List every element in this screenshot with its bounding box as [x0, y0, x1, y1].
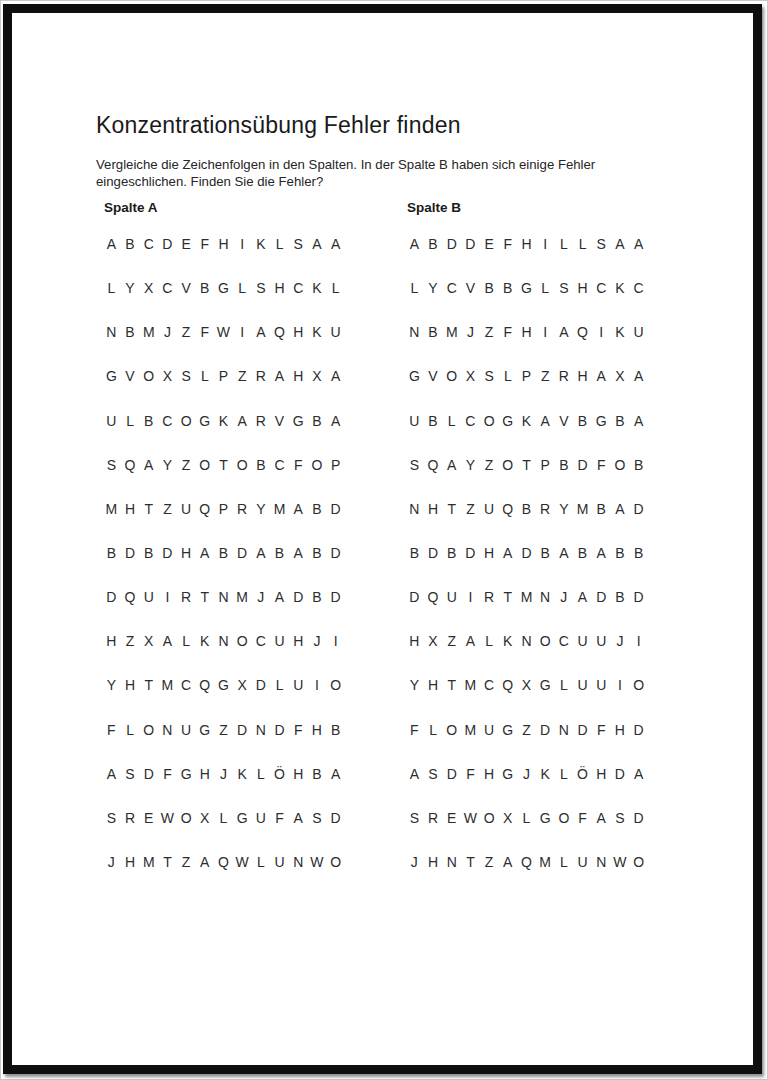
- page-title: Konzentrationsübung Fehler finden: [96, 112, 461, 139]
- column-a-rows: ABCDEFHIKLSAA LYXCVBGLSHCKL NBMJZFWIAQHK…: [102, 222, 345, 884]
- letter-row: YHTMCQGXDLUIO: [102, 663, 345, 707]
- letter-row: SREWOXLGUFASD: [102, 796, 345, 840]
- letter-row: NBMJZFWIAQHKU: [102, 310, 345, 354]
- letter-row: LYCVBBGLSHCKC: [405, 266, 648, 310]
- letter-row: DQUIRTNMJADBD: [102, 575, 345, 619]
- letter-row: HZXALKNOCUHJI: [102, 619, 345, 663]
- column-b-rows: ABDDEFHILLSAA LYCVBBGLSHCKC NBMJZFHIAQIK…: [405, 222, 648, 884]
- column-a-header: Spalte A: [104, 200, 158, 215]
- letter-row: BDBDHABDABABD: [102, 531, 345, 575]
- letter-row: GVOXSLPZRHAXA: [405, 354, 648, 398]
- letter-row: BDBDHADBABABB: [405, 531, 648, 575]
- worksheet-scan: Konzentrationsübung Fehler finden Vergle…: [0, 0, 768, 1080]
- letter-row: SQAYZOTOBCFOP: [102, 443, 345, 487]
- letter-row: ASDFHGJKLÖHDA: [405, 752, 648, 796]
- letter-row: YHTMCQXGLUUIO: [405, 663, 648, 707]
- letter-row: HXZALKNOCUUJI: [405, 619, 648, 663]
- instructions-text: Vergleiche die Zeichenfolgen in den Spal…: [96, 157, 668, 191]
- worksheet-page: Konzentrationsübung Fehler finden Vergle…: [3, 4, 762, 1074]
- letter-row: ABDDEFHILLSAA: [405, 222, 648, 266]
- letter-row: UBLCOGKAVBGBA: [405, 399, 648, 443]
- letter-row: JHMTZAQWLUNWO: [102, 840, 345, 884]
- letter-row: ABCDEFHIKLSAA: [102, 222, 345, 266]
- letter-row: JHNTZAQMLUNWO: [405, 840, 648, 884]
- letter-row: ULBCOGKARVGBA: [102, 399, 345, 443]
- letter-row: MHTZUQPRYMABD: [102, 487, 345, 531]
- column-b-header: Spalte B: [407, 200, 461, 215]
- letter-row: DQUIRTMNJADBD: [405, 575, 648, 619]
- letter-row: NHTZUQBRYMBAD: [405, 487, 648, 531]
- letter-row: NBMJZFHIAQIKU: [405, 310, 648, 354]
- letter-row: FLONUGZDNDFHB: [102, 708, 345, 752]
- letter-row: GVOXSLPZRAHXA: [102, 354, 345, 398]
- letter-row: SREWOXLGOFASD: [405, 796, 648, 840]
- letter-row: SQAYZOTPBDFOB: [405, 443, 648, 487]
- letter-row: FLOMUGZDNDFHD: [405, 708, 648, 752]
- letter-row: ASDFGHJKLÖHBA: [102, 752, 345, 796]
- letter-row: LYXCVBGLSHCKL: [102, 266, 345, 310]
